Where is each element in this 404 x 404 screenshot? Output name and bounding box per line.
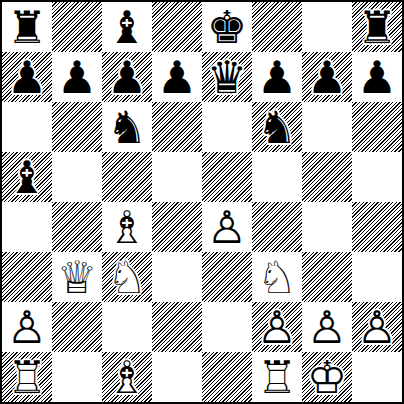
piece-silhouette: ♜: [2, 2, 52, 52]
piece-silhouette: ♟: [2, 302, 52, 352]
piece-silhouette: ♜: [252, 352, 302, 402]
black-bishop: ♝: [102, 2, 152, 52]
piece-silhouette: ♟: [302, 52, 352, 102]
piece-silhouette: ♟: [352, 52, 402, 102]
piece-silhouette: ♟: [352, 302, 402, 352]
square-e7[interactable]: ♛♛: [202, 52, 252, 102]
black-pawn: ♟: [352, 52, 402, 102]
piece-silhouette: ♞: [252, 102, 302, 152]
square-g6[interactable]: [302, 102, 352, 152]
square-a6[interactable]: [2, 102, 52, 152]
white-king: ♔: [302, 352, 352, 402]
square-c3[interactable]: ♞♘: [102, 252, 152, 302]
square-c2[interactable]: [102, 302, 152, 352]
square-f2[interactable]: ♟♙: [252, 302, 302, 352]
square-b1[interactable]: [52, 352, 102, 402]
white-bishop: ♗: [102, 352, 152, 402]
piece-silhouette: ♞: [102, 252, 152, 302]
square-g4[interactable]: [302, 202, 352, 252]
white-pawn: ♙: [252, 302, 302, 352]
white-rook: ♖: [2, 352, 52, 402]
piece-silhouette: ♝: [102, 202, 152, 252]
square-g5[interactable]: [302, 152, 352, 202]
piece-silhouette: ♛: [202, 52, 252, 102]
black-bishop: ♝: [2, 152, 52, 202]
piece-silhouette: ♚: [302, 352, 352, 402]
square-c1[interactable]: ♝♗: [102, 352, 152, 402]
square-h1[interactable]: [352, 352, 402, 402]
piece-silhouette: ♟: [52, 52, 102, 102]
black-rook: ♜: [2, 2, 52, 52]
square-h4[interactable]: [352, 202, 402, 252]
square-d6[interactable]: [152, 102, 202, 152]
square-f1[interactable]: ♜♖: [252, 352, 302, 402]
piece-silhouette: ♝: [102, 352, 152, 402]
piece-silhouette: ♟: [152, 52, 202, 102]
black-knight: ♞: [102, 102, 152, 152]
square-a3[interactable]: [2, 252, 52, 302]
square-f4[interactable]: [252, 202, 302, 252]
square-f3[interactable]: ♞♘: [252, 252, 302, 302]
piece-silhouette: ♛: [52, 252, 102, 302]
square-e4[interactable]: ♟♙: [202, 202, 252, 252]
square-h5[interactable]: [352, 152, 402, 202]
piece-silhouette: ♟: [2, 52, 52, 102]
square-b4[interactable]: [52, 202, 102, 252]
chess-board-frame: ♜♜♝♝♚♚♜♜♟♟♟♟♟♟♟♟♛♛♟♟♟♟♟♟♞♞♞♞♝♝♝♗♟♙♛♕♞♘♞♘…: [0, 0, 404, 404]
square-d3[interactable]: [152, 252, 202, 302]
chess-board: ♜♜♝♝♚♚♜♜♟♟♟♟♟♟♟♟♛♛♟♟♟♟♟♟♞♞♞♞♝♝♝♗♟♙♛♕♞♘♞♘…: [2, 2, 402, 402]
white-pawn: ♙: [202, 202, 252, 252]
square-g8[interactable]: [302, 2, 352, 52]
white-pawn: ♙: [2, 302, 52, 352]
black-pawn: ♟: [152, 52, 202, 102]
square-h8[interactable]: ♜♜: [352, 2, 402, 52]
square-c4[interactable]: ♝♗: [102, 202, 152, 252]
white-bishop: ♗: [102, 202, 152, 252]
square-a4[interactable]: [2, 202, 52, 252]
black-knight: ♞: [252, 102, 302, 152]
white-pawn: ♙: [302, 302, 352, 352]
square-a5[interactable]: ♝♝: [2, 152, 52, 202]
black-pawn: ♟: [102, 52, 152, 102]
black-pawn: ♟: [52, 52, 102, 102]
square-h6[interactable]: [352, 102, 402, 152]
square-b5[interactable]: [52, 152, 102, 202]
piece-silhouette: ♚: [202, 2, 252, 52]
square-b3[interactable]: ♛♕: [52, 252, 102, 302]
square-e2[interactable]: [202, 302, 252, 352]
square-d4[interactable]: [152, 202, 202, 252]
square-g3[interactable]: [302, 252, 352, 302]
piece-silhouette: ♟: [202, 202, 252, 252]
square-f7[interactable]: ♟♟: [252, 52, 302, 102]
black-queen: ♛: [202, 52, 252, 102]
white-rook: ♖: [252, 352, 302, 402]
square-h7[interactable]: ♟♟: [352, 52, 402, 102]
square-g7[interactable]: ♟♟: [302, 52, 352, 102]
square-e3[interactable]: [202, 252, 252, 302]
square-d2[interactable]: [152, 302, 202, 352]
black-rook: ♜: [352, 2, 402, 52]
square-d8[interactable]: [152, 2, 202, 52]
square-b8[interactable]: [52, 2, 102, 52]
square-f6[interactable]: ♞♞: [252, 102, 302, 152]
square-e5[interactable]: [202, 152, 252, 202]
black-pawn: ♟: [302, 52, 352, 102]
piece-silhouette: ♟: [302, 302, 352, 352]
black-king: ♚: [202, 2, 252, 52]
square-g1[interactable]: ♚♔: [302, 352, 352, 402]
square-c5[interactable]: [102, 152, 152, 202]
square-a2[interactable]: ♟♙: [2, 302, 52, 352]
white-queen: ♕: [52, 252, 102, 302]
piece-silhouette: ♞: [102, 102, 152, 152]
square-h3[interactable]: [352, 252, 402, 302]
white-pawn: ♙: [352, 302, 402, 352]
square-e6[interactable]: [202, 102, 252, 152]
piece-silhouette: ♞: [252, 252, 302, 302]
square-d1[interactable]: [152, 352, 202, 402]
square-b7[interactable]: ♟♟: [52, 52, 102, 102]
black-pawn: ♟: [252, 52, 302, 102]
square-b6[interactable]: [52, 102, 102, 152]
piece-silhouette: ♜: [352, 2, 402, 52]
square-d5[interactable]: [152, 152, 202, 202]
square-c8[interactable]: ♝♝: [102, 2, 152, 52]
square-e8[interactable]: ♚♚: [202, 2, 252, 52]
piece-silhouette: ♟: [252, 302, 302, 352]
white-knight: ♘: [102, 252, 152, 302]
square-c6[interactable]: ♞♞: [102, 102, 152, 152]
black-pawn: ♟: [2, 52, 52, 102]
square-c7[interactable]: ♟♟: [102, 52, 152, 102]
square-d7[interactable]: ♟♟: [152, 52, 202, 102]
square-h2[interactable]: ♟♙: [352, 302, 402, 352]
square-e1[interactable]: [202, 352, 252, 402]
piece-silhouette: ♝: [102, 2, 152, 52]
piece-silhouette: ♝: [2, 152, 52, 202]
piece-silhouette: ♟: [102, 52, 152, 102]
square-a1[interactable]: ♜♖: [2, 352, 52, 402]
piece-silhouette: ♜: [2, 352, 52, 402]
white-knight: ♘: [252, 252, 302, 302]
square-a8[interactable]: ♜♜: [2, 2, 52, 52]
piece-silhouette: ♟: [252, 52, 302, 102]
square-f5[interactable]: [252, 152, 302, 202]
square-g2[interactable]: ♟♙: [302, 302, 352, 352]
square-f8[interactable]: [252, 2, 302, 52]
square-b2[interactable]: [52, 302, 102, 352]
square-a7[interactable]: ♟♟: [2, 52, 52, 102]
